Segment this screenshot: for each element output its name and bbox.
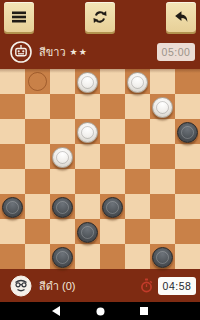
white-piece[interactable] bbox=[52, 147, 73, 168]
opponent-row: สีขาว ★★ 05:00 bbox=[0, 34, 200, 69]
white-piece[interactable] bbox=[77, 72, 98, 93]
square-r4c5[interactable] bbox=[125, 169, 150, 194]
black-piece[interactable] bbox=[77, 222, 98, 243]
square-r5c6[interactable] bbox=[150, 194, 175, 219]
square-r7c2[interactable] bbox=[50, 244, 75, 269]
undo-arrow-icon bbox=[172, 8, 190, 26]
square-r4c4 bbox=[100, 169, 125, 194]
square-r7c5 bbox=[125, 244, 150, 269]
square-r1c7 bbox=[175, 94, 200, 119]
square-r7c6[interactable] bbox=[150, 244, 175, 269]
square-r0c2 bbox=[50, 69, 75, 94]
square-r0c3[interactable] bbox=[75, 69, 100, 94]
square-r2c2 bbox=[50, 119, 75, 144]
square-r6c4 bbox=[100, 219, 125, 244]
restart-icon bbox=[91, 8, 109, 26]
player-row: สีดำ (0) 04:58 bbox=[0, 269, 200, 302]
square-r1c4[interactable] bbox=[100, 94, 125, 119]
person-avatar-icon bbox=[10, 275, 32, 297]
square-r7c1 bbox=[25, 244, 50, 269]
square-r6c6 bbox=[150, 219, 175, 244]
square-r4c1[interactable] bbox=[25, 169, 50, 194]
square-r5c7 bbox=[175, 194, 200, 219]
square-r5c1 bbox=[25, 194, 50, 219]
square-r7c3 bbox=[75, 244, 100, 269]
black-piece[interactable] bbox=[152, 247, 173, 268]
square-r2c6 bbox=[150, 119, 175, 144]
android-nav-bar bbox=[0, 302, 200, 320]
square-r7c7 bbox=[175, 244, 200, 269]
square-r0c7[interactable] bbox=[175, 69, 200, 94]
square-r5c4[interactable] bbox=[100, 194, 125, 219]
square-r0c6 bbox=[150, 69, 175, 94]
white-piece[interactable] bbox=[77, 122, 98, 143]
opponent-timer: 05:00 bbox=[157, 43, 195, 61]
black-piece[interactable] bbox=[102, 197, 123, 218]
square-r0c1[interactable] bbox=[25, 69, 50, 94]
square-r2c1[interactable] bbox=[25, 119, 50, 144]
square-r6c5[interactable] bbox=[125, 219, 150, 244]
square-r2c4 bbox=[100, 119, 125, 144]
square-r6c2 bbox=[50, 219, 75, 244]
square-r1c6[interactable] bbox=[150, 94, 175, 119]
square-r3c6[interactable] bbox=[150, 144, 175, 169]
player-name: สีดำ (0) bbox=[39, 277, 76, 295]
square-r5c5 bbox=[125, 194, 150, 219]
square-r0c0 bbox=[0, 69, 25, 94]
opponent-name: สีขาว bbox=[39, 43, 66, 61]
robot-avatar-icon bbox=[10, 41, 32, 63]
square-r3c0[interactable] bbox=[0, 144, 25, 169]
square-r2c7[interactable] bbox=[175, 119, 200, 144]
black-piece[interactable] bbox=[52, 197, 73, 218]
square-r6c0 bbox=[0, 219, 25, 244]
checkers-app: สีขาว ★★ 05:00 สีดำ (0) 04:58 bbox=[0, 0, 200, 320]
square-r3c2[interactable] bbox=[50, 144, 75, 169]
square-r7c0[interactable] bbox=[0, 244, 25, 269]
square-r2c3[interactable] bbox=[75, 119, 100, 144]
square-r5c2[interactable] bbox=[50, 194, 75, 219]
square-r6c1[interactable] bbox=[25, 219, 50, 244]
square-r4c7[interactable] bbox=[175, 169, 200, 194]
square-r1c0[interactable] bbox=[0, 94, 25, 119]
square-r5c0[interactable] bbox=[0, 194, 25, 219]
top-toolbar bbox=[0, 0, 200, 34]
player-timer: 04:58 bbox=[158, 277, 196, 295]
square-r0c5[interactable] bbox=[125, 69, 150, 94]
hamburger-icon bbox=[11, 10, 27, 24]
restart-button[interactable] bbox=[85, 2, 115, 32]
black-piece[interactable] bbox=[177, 122, 198, 143]
opponent-difficulty-stars: ★★ bbox=[70, 47, 88, 57]
black-piece[interactable] bbox=[2, 197, 23, 218]
square-r4c6 bbox=[150, 169, 175, 194]
nav-back-icon[interactable] bbox=[49, 304, 63, 318]
square-r2c0 bbox=[0, 119, 25, 144]
white-piece[interactable] bbox=[152, 97, 173, 118]
square-r3c7 bbox=[175, 144, 200, 169]
square-r0c4 bbox=[100, 69, 125, 94]
square-r4c2 bbox=[50, 169, 75, 194]
square-r1c2[interactable] bbox=[50, 94, 75, 119]
square-r7c4[interactable] bbox=[100, 244, 125, 269]
undo-button[interactable] bbox=[166, 2, 196, 32]
square-r3c3 bbox=[75, 144, 100, 169]
white-piece[interactable] bbox=[127, 72, 148, 93]
square-r4c3[interactable] bbox=[75, 169, 100, 194]
square-r3c4[interactable] bbox=[100, 144, 125, 169]
board bbox=[0, 69, 200, 269]
black-piece[interactable] bbox=[52, 247, 73, 268]
square-r3c1 bbox=[25, 144, 50, 169]
square-r3c5 bbox=[125, 144, 150, 169]
square-r1c3 bbox=[75, 94, 100, 119]
square-r4c0 bbox=[0, 169, 25, 194]
menu-button[interactable] bbox=[4, 2, 34, 32]
square-r2c5[interactable] bbox=[125, 119, 150, 144]
square-r1c1 bbox=[25, 94, 50, 119]
square-r5c3 bbox=[75, 194, 100, 219]
nav-recents-icon[interactable] bbox=[137, 304, 151, 318]
square-r1c5 bbox=[125, 94, 150, 119]
square-r6c3[interactable] bbox=[75, 219, 100, 244]
stopwatch-icon bbox=[140, 278, 153, 293]
last-move-ghost bbox=[28, 72, 47, 91]
nav-home-icon[interactable] bbox=[93, 304, 107, 318]
square-r6c7[interactable] bbox=[175, 219, 200, 244]
